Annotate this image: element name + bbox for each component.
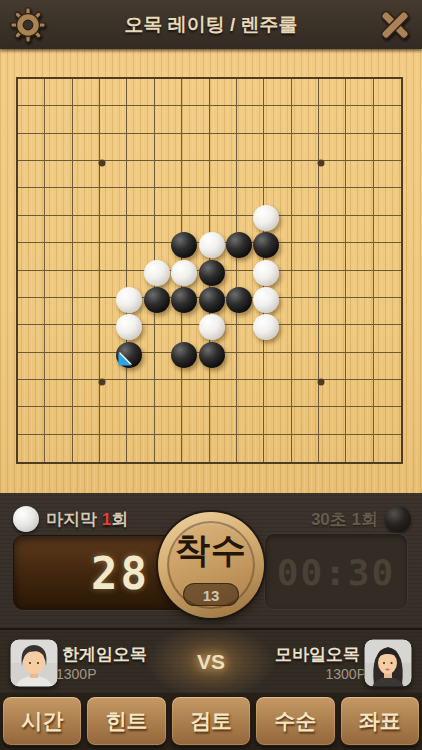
board-cell[interactable]: [73, 380, 100, 407]
board-cell[interactable]: [319, 353, 346, 380]
board-cell[interactable]: [100, 106, 127, 133]
board-cell[interactable]: [264, 79, 291, 106]
board-cell[interactable]: [292, 298, 319, 325]
close-button[interactable]: [376, 6, 414, 44]
board-cell[interactable]: [210, 106, 237, 133]
board-cell[interactable]: [45, 380, 72, 407]
board-cell[interactable]: [374, 298, 401, 325]
black-stone-icon: [385, 506, 411, 532]
board-cell[interactable]: [237, 435, 264, 462]
board-area: [0, 49, 422, 493]
star-point: [317, 378, 324, 385]
board-cell[interactable]: [319, 435, 346, 462]
board-cell[interactable]: [45, 243, 72, 270]
board-cell[interactable]: [237, 134, 264, 161]
board-cell[interactable]: [264, 106, 291, 133]
board-cell[interactable]: [100, 435, 127, 462]
star-point: [317, 160, 324, 167]
board-cell[interactable]: [127, 407, 154, 434]
board-cell[interactable]: [264, 435, 291, 462]
players-bar: 한게임오목 1300P VS 모바일오목 1300P: [0, 628, 422, 693]
page-title: 오목 레이팅 / 렌주룰: [0, 0, 422, 49]
omok-app: 오목 레이팅 / 렌주룰 마지막 1회 30초 1회 28 00:30: [0, 0, 422, 750]
board-cell[interactable]: [45, 353, 72, 380]
board-cell[interactable]: [182, 188, 209, 215]
board-cell[interactable]: [45, 271, 72, 298]
white-stone: [116, 314, 142, 340]
board-cell[interactable]: [374, 243, 401, 270]
board-cell[interactable]: [346, 134, 373, 161]
place-stone-count-badge: 13: [183, 583, 239, 606]
black-stone: [171, 342, 197, 368]
board-cell[interactable]: [319, 106, 346, 133]
board-cell[interactable]: [210, 161, 237, 188]
board-cell[interactable]: [374, 161, 401, 188]
board-cell[interactable]: [73, 271, 100, 298]
white-stone: [171, 260, 197, 286]
board-cell[interactable]: [45, 435, 72, 462]
board-cell[interactable]: [264, 353, 291, 380]
board-cell[interactable]: [155, 161, 182, 188]
board-cell[interactable]: [374, 188, 401, 215]
board-cell[interactable]: [18, 161, 45, 188]
board-cell[interactable]: [127, 216, 154, 243]
board-cell[interactable]: [292, 435, 319, 462]
board-cell[interactable]: [155, 79, 182, 106]
board-cell[interactable]: [45, 325, 72, 352]
board-cell[interactable]: [374, 435, 401, 462]
board-cell[interactable]: [182, 435, 209, 462]
board-cell[interactable]: [374, 134, 401, 161]
move-timer-value: 28: [91, 547, 150, 598]
close-x-icon: [376, 6, 414, 44]
board-cell[interactable]: [155, 380, 182, 407]
board-cell[interactable]: [155, 435, 182, 462]
board-cell[interactable]: [210, 407, 237, 434]
undo-count: 1: [102, 510, 111, 529]
board-cell[interactable]: [346, 325, 373, 352]
board-cell[interactable]: [18, 188, 45, 215]
white-stone: [253, 287, 279, 313]
move-order-button[interactable]: 수순: [255, 696, 335, 746]
board-cell[interactable]: [100, 134, 127, 161]
board-cell[interactable]: [374, 106, 401, 133]
board-cell[interactable]: [127, 380, 154, 407]
board-cell[interactable]: [182, 161, 209, 188]
star-point: [99, 160, 106, 167]
board-cell[interactable]: [319, 298, 346, 325]
board-cell[interactable]: [18, 298, 45, 325]
board-cell[interactable]: [127, 435, 154, 462]
board-cell[interactable]: [237, 380, 264, 407]
board-cell[interactable]: [319, 271, 346, 298]
coordinates-button[interactable]: 좌표: [340, 696, 420, 746]
white-stone-icon: [13, 506, 39, 532]
black-stone: [253, 232, 279, 258]
board-cell[interactable]: [45, 216, 72, 243]
board-cell[interactable]: [73, 188, 100, 215]
action-button-row: 시간 힌트 검토 수순 좌표: [0, 693, 422, 750]
board-cell[interactable]: [292, 243, 319, 270]
board-cell[interactable]: [292, 380, 319, 407]
white-stone: [253, 260, 279, 286]
player2-name: 모바일오목: [275, 643, 360, 666]
board-cell[interactable]: [346, 353, 373, 380]
board-cell[interactable]: [346, 271, 373, 298]
board-cell[interactable]: [237, 353, 264, 380]
board-cell[interactable]: [374, 407, 401, 434]
board-cell[interactable]: [73, 161, 100, 188]
board-cell[interactable]: [346, 435, 373, 462]
white-stone: [253, 314, 279, 340]
board-cell[interactable]: [18, 243, 45, 270]
board-cell[interactable]: [45, 161, 72, 188]
board-cell[interactable]: [210, 435, 237, 462]
board-cell[interactable]: [73, 353, 100, 380]
board-cell[interactable]: [18, 435, 45, 462]
last-move-marker: [118, 353, 131, 366]
black-stone: [171, 232, 197, 258]
board-cell[interactable]: [292, 161, 319, 188]
place-stone-button[interactable]: 착수 13: [158, 512, 264, 618]
board-cell[interactable]: [73, 243, 100, 270]
board-cell[interactable]: [319, 243, 346, 270]
board-cell[interactable]: [237, 106, 264, 133]
board-cell[interactable]: [292, 353, 319, 380]
board-cell[interactable]: [319, 188, 346, 215]
board-cell[interactable]: [292, 271, 319, 298]
black-stone: [116, 342, 142, 368]
board-cell[interactable]: [374, 271, 401, 298]
white-stone: [116, 287, 142, 313]
white-stone: [253, 205, 279, 231]
board-cell[interactable]: [155, 134, 182, 161]
board-cell[interactable]: [210, 380, 237, 407]
board-cell[interactable]: [73, 325, 100, 352]
board-cell[interactable]: [100, 243, 127, 270]
board-cell[interactable]: [346, 243, 373, 270]
total-clock-value: 00:30: [265, 551, 407, 592]
board-cell[interactable]: [264, 161, 291, 188]
board-cell[interactable]: [319, 325, 346, 352]
board-cell[interactable]: [182, 79, 209, 106]
board-cell[interactable]: [73, 216, 100, 243]
review-button[interactable]: 검토: [171, 696, 251, 746]
board-cell[interactable]: [100, 188, 127, 215]
board-cell[interactable]: [264, 134, 291, 161]
black-stone: [199, 342, 225, 368]
board-cell[interactable]: [45, 79, 72, 106]
board-cell[interactable]: [127, 188, 154, 215]
board-cell[interactable]: [127, 161, 154, 188]
board-cell[interactable]: [319, 407, 346, 434]
board-cell[interactable]: [237, 161, 264, 188]
board-cell[interactable]: [100, 407, 127, 434]
board-grid[interactable]: [16, 77, 403, 464]
time-button[interactable]: 시간: [2, 696, 82, 746]
board-cell[interactable]: [155, 188, 182, 215]
board-cell[interactable]: [292, 216, 319, 243]
extra-time-label: 30초 1회: [311, 508, 378, 531]
board-cell[interactable]: [45, 134, 72, 161]
hint-button[interactable]: 힌트: [86, 696, 166, 746]
board-cell[interactable]: [182, 106, 209, 133]
white-stone: [199, 232, 225, 258]
star-point: [99, 378, 106, 385]
board-cell[interactable]: [292, 325, 319, 352]
black-stone: [171, 287, 197, 313]
board-cell[interactable]: [374, 353, 401, 380]
board-cell[interactable]: [374, 325, 401, 352]
white-stone: [199, 314, 225, 340]
board-cell[interactable]: [18, 79, 45, 106]
board-cell[interactable]: [73, 435, 100, 462]
board-cell[interactable]: [346, 407, 373, 434]
black-stone: [144, 287, 170, 313]
board-cell[interactable]: [18, 106, 45, 133]
board-cell[interactable]: [210, 188, 237, 215]
board-cell[interactable]: [264, 407, 291, 434]
board-cell[interactable]: [182, 380, 209, 407]
board-cell[interactable]: [45, 188, 72, 215]
black-stone: [226, 232, 252, 258]
board-cell[interactable]: [127, 79, 154, 106]
board-cell[interactable]: [346, 216, 373, 243]
board-cell[interactable]: [237, 79, 264, 106]
board-cell[interactable]: [319, 216, 346, 243]
board-cell[interactable]: [45, 298, 72, 325]
board-cell[interactable]: [73, 298, 100, 325]
board-cell[interactable]: [264, 380, 291, 407]
board-cell[interactable]: [374, 380, 401, 407]
board-cell[interactable]: [374, 216, 401, 243]
board-cell[interactable]: [346, 298, 373, 325]
board-cell[interactable]: [292, 407, 319, 434]
board-cell[interactable]: [237, 407, 264, 434]
board-cell[interactable]: [18, 216, 45, 243]
board-cell[interactable]: [155, 106, 182, 133]
black-stone: [226, 287, 252, 313]
board-cell[interactable]: [18, 271, 45, 298]
board-cell[interactable]: [100, 79, 127, 106]
board-cell[interactable]: [155, 407, 182, 434]
board-cell[interactable]: [45, 106, 72, 133]
player2-rating: 1300P: [326, 666, 366, 682]
white-stone: [144, 260, 170, 286]
board-cell[interactable]: [182, 134, 209, 161]
board-cell[interactable]: [182, 407, 209, 434]
undo-remaining-label: 마지막 1회: [46, 508, 128, 531]
board-cell[interactable]: [210, 134, 237, 161]
board-cell[interactable]: [100, 216, 127, 243]
board-cell[interactable]: [18, 325, 45, 352]
board-cell[interactable]: [73, 106, 100, 133]
place-stone-label: 착수: [158, 527, 264, 574]
board-cell[interactable]: [292, 79, 319, 106]
board-cell[interactable]: [292, 134, 319, 161]
titlebar: 오목 레이팅 / 렌주룰: [0, 0, 422, 49]
board-cell[interactable]: [346, 106, 373, 133]
board-cell[interactable]: [73, 79, 100, 106]
board-cell[interactable]: [18, 134, 45, 161]
board-cell[interactable]: [18, 407, 45, 434]
board-cell[interactable]: [319, 134, 346, 161]
board-cell[interactable]: [210, 79, 237, 106]
total-clock-display: 00:30: [264, 533, 408, 610]
board-cell[interactable]: [127, 134, 154, 161]
board-cell[interactable]: [292, 106, 319, 133]
board-cell[interactable]: [292, 188, 319, 215]
board-cell[interactable]: [346, 380, 373, 407]
black-stone: [199, 260, 225, 286]
board-cell[interactable]: [18, 380, 45, 407]
player2-avatar[interactable]: [364, 639, 412, 687]
board-cell[interactable]: [127, 106, 154, 133]
board-cell[interactable]: [18, 353, 45, 380]
black-stone: [199, 287, 225, 313]
board-cell[interactable]: [346, 188, 373, 215]
board-cell[interactable]: [45, 407, 72, 434]
board-cell[interactable]: [73, 134, 100, 161]
board-cell[interactable]: [374, 79, 401, 106]
board-cell[interactable]: [346, 161, 373, 188]
board-cell[interactable]: [346, 79, 373, 106]
board-cell[interactable]: [73, 407, 100, 434]
board-cell[interactable]: [319, 79, 346, 106]
